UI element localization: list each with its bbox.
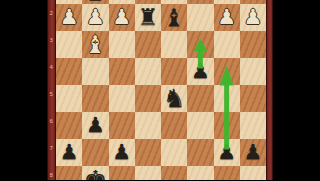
square-d8[interactable] (161, 166, 187, 180)
square-e2[interactable]: ♜ (135, 4, 161, 31)
chess-board: ♚♜♛♟♟♟♜♝♟♟♝♟♞♟♟♟♟♟♚ (56, 0, 266, 180)
square-f5[interactable] (109, 85, 135, 112)
piece-black-pawn-g6[interactable]: ♟ (86, 115, 105, 136)
piece-white-rook-f1[interactable]: ♜ (111, 0, 132, 2)
square-a2[interactable]: ♟ (240, 4, 266, 31)
video-frame: 2345678 ♚♜♛♟♟♟♜♝♟♟♝♟♞♟♟♟♟♟♚ (0, 0, 320, 180)
rank-label-3: 3 (47, 35, 56, 45)
piece-black-pawn-b7[interactable]: ♟ (217, 142, 236, 163)
piece-black-rook-e2[interactable]: ♜ (138, 6, 159, 29)
square-a3[interactable] (240, 31, 266, 58)
square-c3[interactable] (187, 31, 213, 58)
square-g7[interactable] (82, 139, 108, 166)
square-g6[interactable]: ♟ (82, 112, 108, 139)
square-e7[interactable] (135, 139, 161, 166)
square-b3[interactable] (214, 31, 240, 58)
square-d7[interactable] (161, 139, 187, 166)
square-e4[interactable] (135, 58, 161, 85)
square-f2[interactable]: ♟ (109, 4, 135, 31)
square-f4[interactable] (109, 58, 135, 85)
piece-white-queen-d1[interactable]: ♛ (163, 0, 185, 3)
square-f6[interactable] (109, 112, 135, 139)
rank-label-text: 7 (50, 145, 54, 151)
square-e6[interactable] (135, 112, 161, 139)
piece-white-pawn-a2[interactable]: ♟ (243, 7, 262, 28)
square-e8[interactable] (135, 166, 161, 180)
square-g2[interactable]: ♟ (82, 4, 108, 31)
square-b4[interactable] (214, 58, 240, 85)
piece-white-king-g1[interactable]: ♚ (84, 0, 107, 4)
square-a8[interactable] (240, 166, 266, 180)
square-b7[interactable]: ♟ (214, 139, 240, 166)
square-h7[interactable]: ♟ (56, 139, 82, 166)
rank-label-text: 4 (50, 64, 54, 70)
piece-white-pawn-h2[interactable]: ♟ (60, 7, 79, 28)
rank-label-7: 7 (47, 143, 56, 153)
rank-label-text: 3 (50, 37, 54, 43)
square-g5[interactable] (82, 85, 108, 112)
rank-label-text: 2 (50, 10, 54, 16)
rank-label-2: 2 (47, 8, 56, 18)
square-f8[interactable] (109, 166, 135, 180)
square-c8[interactable] (187, 166, 213, 180)
square-b2[interactable]: ♟ (214, 4, 240, 31)
square-f7[interactable]: ♟ (109, 139, 135, 166)
piece-black-pawn-f7[interactable]: ♟ (112, 142, 131, 163)
square-h3[interactable] (56, 31, 82, 58)
square-g4[interactable] (82, 58, 108, 85)
rank-label-6: 6 (47, 116, 56, 126)
square-d3[interactable] (161, 31, 187, 58)
square-d2[interactable]: ♝ (161, 4, 187, 31)
square-h2[interactable]: ♟ (56, 4, 82, 31)
rank-label-8: 8 (47, 170, 56, 180)
rank-label-4: 4 (47, 62, 56, 72)
square-a4[interactable] (240, 58, 266, 85)
piece-white-pawn-f2[interactable]: ♟ (112, 7, 131, 28)
square-c2[interactable] (187, 4, 213, 31)
square-h5[interactable] (56, 85, 82, 112)
square-e5[interactable] (135, 85, 161, 112)
board-border-right (266, 0, 273, 180)
piece-white-pawn-g2[interactable]: ♟ (86, 7, 105, 28)
square-c5[interactable] (187, 85, 213, 112)
square-d5[interactable]: ♞ (161, 85, 187, 112)
rank-label-text: 5 (50, 91, 54, 97)
square-b5[interactable] (214, 85, 240, 112)
square-c7[interactable] (187, 139, 213, 166)
rank-label-text: 8 (50, 172, 54, 178)
square-e3[interactable] (135, 31, 161, 58)
square-d6[interactable] (161, 112, 187, 139)
rank-label-5: 5 (47, 89, 56, 99)
piece-black-pawn-h7[interactable]: ♟ (60, 142, 79, 163)
piece-black-bishop-d2[interactable]: ♝ (163, 6, 185, 30)
square-b8[interactable] (214, 166, 240, 180)
rank-label-text: 6 (50, 118, 54, 124)
piece-black-pawn-a7[interactable]: ♟ (243, 142, 262, 163)
square-a7[interactable]: ♟ (240, 139, 266, 166)
square-f3[interactable] (109, 31, 135, 58)
board-border-left: 2345678 (47, 0, 56, 180)
square-d4[interactable] (161, 58, 187, 85)
piece-white-pawn-b2[interactable]: ♟ (217, 7, 236, 28)
square-a5[interactable] (240, 85, 266, 112)
piece-white-bishop-g3[interactable]: ♝ (85, 33, 107, 57)
piece-black-knight-d5[interactable]: ♞ (163, 86, 185, 111)
square-g8[interactable]: ♚ (82, 166, 108, 180)
square-c4[interactable]: ♟ (187, 58, 213, 85)
square-h4[interactable] (56, 58, 82, 85)
square-b6[interactable] (214, 112, 240, 139)
square-g3[interactable]: ♝ (82, 31, 108, 58)
square-h6[interactable] (56, 112, 82, 139)
piece-black-king-g8[interactable]: ♚ (84, 167, 107, 181)
square-a6[interactable] (240, 112, 266, 139)
piece-black-pawn-c4[interactable]: ♟ (191, 61, 210, 82)
square-h8[interactable] (56, 166, 82, 180)
square-c6[interactable] (187, 112, 213, 139)
